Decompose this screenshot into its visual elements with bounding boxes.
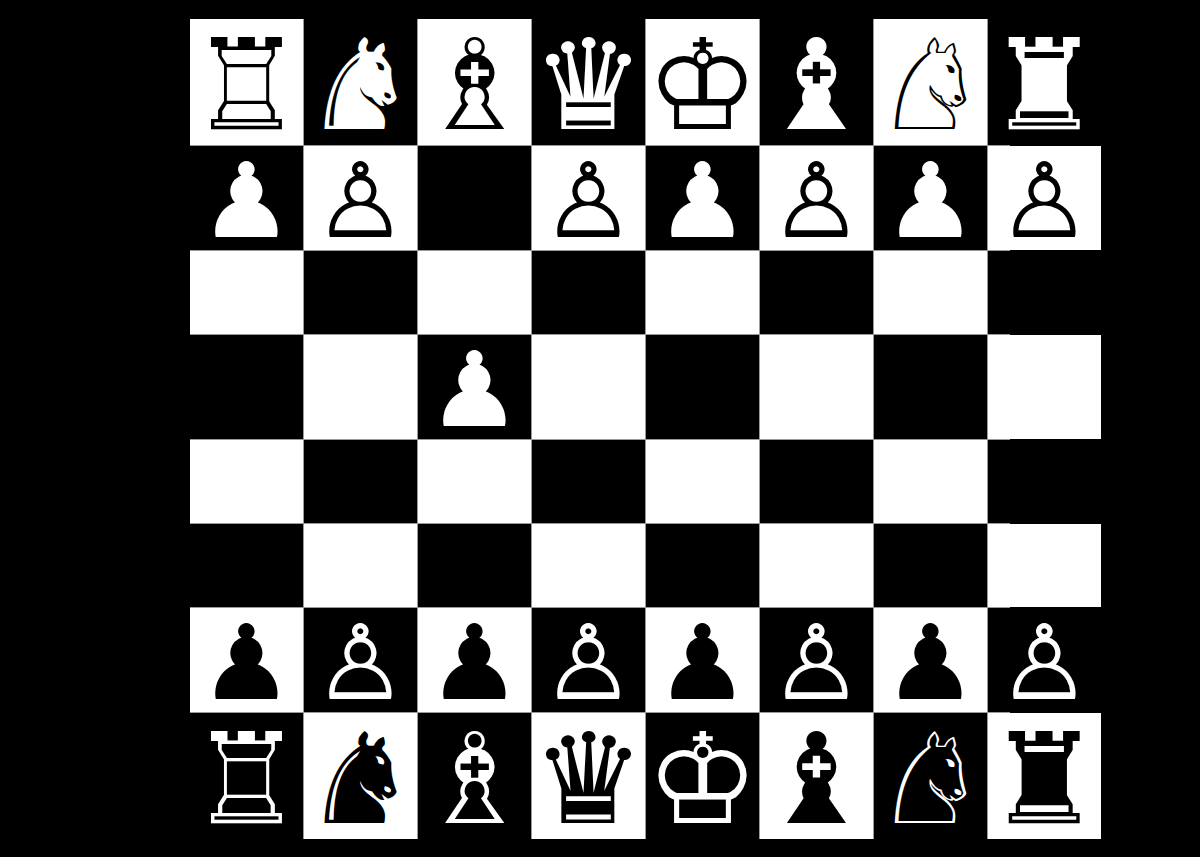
piece-black-queen-d8: ♛ [532,717,645,843]
piece-white-pawn-d2: ♙ [542,149,635,253]
piece-black-pawn-b7: ♙ [314,611,407,715]
piece-white-bishop-c1: ♗ [418,23,531,149]
square-c6[interactable] [418,524,531,607]
square-e1[interactable]: ♔ [646,19,759,145]
square-c8[interactable]: ♗ [418,713,531,839]
square-e2[interactable]: ♟ [646,146,759,250]
square-c2[interactable] [418,146,531,250]
square-a1[interactable]: ♖ [190,19,303,145]
piece-black-pawn-d7: ♙ [542,611,635,715]
piece-black-pawn-f7: ♙ [770,611,863,715]
piece-white-pawn-a2: ♟ [200,149,293,253]
piece-white-king-e1: ♔ [646,23,759,149]
square-d2[interactable]: ♙ [532,146,645,250]
square-a7[interactable]: ♟ [190,608,303,712]
square-b7[interactable]: ♙ [304,608,417,712]
square-a4[interactable] [190,335,303,439]
square-b6[interactable] [304,524,417,607]
square-g7[interactable]: ♟ [874,608,987,712]
square-g5[interactable] [874,440,987,523]
piece-black-pawn-c7: ♟ [428,611,521,715]
square-b4[interactable] [304,335,417,439]
piece-white-knight-g1: ♘ [874,23,987,149]
square-f2[interactable]: ♙ [760,146,873,250]
square-c5[interactable] [418,440,531,523]
square-g1[interactable]: ♘ [874,19,987,145]
square-f8[interactable]: ♝ [760,713,873,839]
square-c7[interactable]: ♟ [418,608,531,712]
square-a5[interactable] [190,440,303,523]
piece-white-pawn-e2: ♟ [656,149,749,253]
square-h6[interactable] [988,524,1101,607]
square-f4[interactable] [760,335,873,439]
square-h3[interactable] [988,251,1101,334]
square-d7[interactable]: ♙ [532,608,645,712]
square-b8[interactable]: ♞ [304,713,417,839]
square-g2[interactable]: ♟ [874,146,987,250]
square-f3[interactable] [760,251,873,334]
square-b1[interactable]: ♞ [304,19,417,145]
square-d1[interactable]: ♛ [532,19,645,145]
square-b5[interactable] [304,440,417,523]
square-b3[interactable] [304,251,417,334]
square-d6[interactable] [532,524,645,607]
square-e4[interactable] [646,335,759,439]
square-h7[interactable]: ♙ [988,608,1101,712]
piece-black-king-e8: ♔ [646,717,759,843]
square-c4[interactable]: ♟ [418,335,531,439]
piece-white-queen-d1: ♛ [532,23,645,149]
piece-black-knight-g8: ♘ [874,717,987,843]
square-a8[interactable]: ♖ [190,713,303,839]
square-d3[interactable] [532,251,645,334]
square-f5[interactable] [760,440,873,523]
square-e5[interactable] [646,440,759,523]
square-a3[interactable] [190,251,303,334]
piece-white-pawn-f2: ♙ [770,149,863,253]
square-h8[interactable]: ♜ [988,713,1101,839]
square-h2[interactable]: ♙ [988,146,1101,250]
piece-white-pawn-h2: ♙ [998,149,1091,253]
square-h1[interactable]: ♜ [988,19,1101,145]
square-f7[interactable]: ♙ [760,608,873,712]
square-g8[interactable]: ♘ [874,713,987,839]
square-g3[interactable] [874,251,987,334]
square-e7[interactable]: ♟ [646,608,759,712]
square-e8[interactable]: ♔ [646,713,759,839]
page-background: ♖♞♗♛♔♝♘♜♟♙♙♟♙♟♙♟♟♙♟♙♟♙♟♙♖♞♗♛♔♝♘♜ [0,0,1200,857]
piece-black-rook-h8: ♜ [988,717,1101,843]
square-d8[interactable]: ♛ [532,713,645,839]
piece-white-bishop-f1: ♝ [760,23,873,149]
piece-white-pawn-g2: ♟ [884,149,977,253]
square-d4[interactable] [532,335,645,439]
square-b2[interactable]: ♙ [304,146,417,250]
square-c1[interactable]: ♗ [418,19,531,145]
square-e6[interactable] [646,524,759,607]
piece-black-pawn-e7: ♟ [656,611,749,715]
square-g6[interactable] [874,524,987,607]
square-f1[interactable]: ♝ [760,19,873,145]
piece-black-pawn-g7: ♟ [884,611,977,715]
chess-board: ♖♞♗♛♔♝♘♜♟♙♙♟♙♟♙♟♟♙♟♙♟♙♟♙♖♞♗♛♔♝♘♜ [190,19,1010,839]
square-e3[interactable] [646,251,759,334]
piece-black-knight-b8: ♞ [304,717,417,843]
square-a6[interactable] [190,524,303,607]
square-a2[interactable]: ♟ [190,146,303,250]
piece-black-pawn-h7: ♙ [998,611,1091,715]
square-d5[interactable] [532,440,645,523]
piece-white-rook-h1: ♜ [988,23,1101,149]
piece-white-pawn-b2: ♙ [314,149,407,253]
piece-white-knight-b1: ♞ [304,23,417,149]
square-c3[interactable] [418,251,531,334]
piece-black-pawn-a7: ♟ [200,611,293,715]
square-h5[interactable] [988,440,1101,523]
square-g4[interactable] [874,335,987,439]
piece-black-bishop-f8: ♝ [760,717,873,843]
piece-white-rook-a1: ♖ [190,23,303,149]
square-f6[interactable] [760,524,873,607]
piece-black-rook-a8: ♖ [190,717,303,843]
piece-white-pawn-c4: ♟ [428,338,521,442]
piece-black-bishop-c8: ♗ [418,717,531,843]
square-h4[interactable] [988,335,1101,439]
